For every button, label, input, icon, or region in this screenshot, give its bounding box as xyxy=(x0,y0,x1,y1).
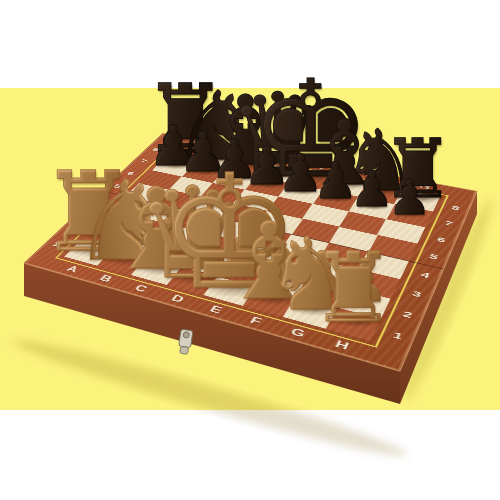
scene: AABBCCDDEEFFGGHH1122334455667788 ♜♞♝♟♛♟♚… xyxy=(0,0,500,500)
